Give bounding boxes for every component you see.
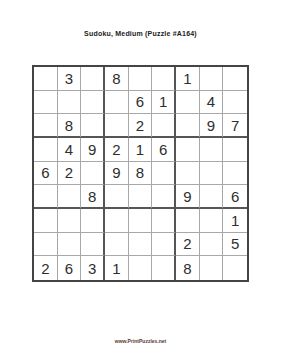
sudoku-cell-r3c4[interactable] <box>105 114 129 138</box>
sudoku-cell-r8c5[interactable] <box>129 233 153 257</box>
sudoku-cell-r4c3[interactable]: 9 <box>81 138 105 162</box>
sudoku-cell-r5c9[interactable] <box>223 162 247 186</box>
sudoku-cell-r5c8[interactable] <box>200 162 224 186</box>
sudoku-cell-r8c9[interactable]: 5 <box>223 233 247 257</box>
sudoku-cell-r7c1[interactable] <box>34 209 58 233</box>
sudoku-cell-r7c3[interactable] <box>81 209 105 233</box>
sudoku-cell-r5c6[interactable] <box>152 162 176 186</box>
sudoku-cell-r3c2[interactable]: 8 <box>58 114 82 138</box>
sudoku-cell-r5c5[interactable]: 8 <box>129 162 153 186</box>
sudoku-cell-r2c9[interactable] <box>223 91 247 115</box>
sudoku-cell-r5c7[interactable] <box>176 162 200 186</box>
sudoku-cell-r2c8[interactable]: 4 <box>200 91 224 115</box>
sudoku-cell-r7c5[interactable] <box>129 209 153 233</box>
sudoku-cell-r6c8[interactable] <box>200 185 224 209</box>
sudoku-cell-r1c5[interactable] <box>129 67 153 91</box>
sudoku-cell-r1c9[interactable] <box>223 67 247 91</box>
sudoku-cell-r8c8[interactable] <box>200 233 224 257</box>
sudoku-cell-r7c2[interactable] <box>58 209 82 233</box>
sudoku-cell-r4c1[interactable] <box>34 138 58 162</box>
sudoku-cell-r2c2[interactable] <box>58 91 82 115</box>
sudoku-cell-r4c5[interactable]: 1 <box>129 138 153 162</box>
sudoku-cell-r2c5[interactable]: 6 <box>129 91 153 115</box>
sudoku-cell-r9c9[interactable] <box>223 256 247 280</box>
sudoku-cell-r1c6[interactable] <box>152 67 176 91</box>
sudoku-cell-r6c2[interactable] <box>58 185 82 209</box>
puzzle-title: Sudoku, Medium (Puzzle #A164) <box>0 30 281 37</box>
sudoku-cell-r6c6[interactable] <box>152 185 176 209</box>
sudoku-cell-r8c3[interactable] <box>81 233 105 257</box>
footer-url: www.PrintPuzzles.net <box>0 338 281 344</box>
sudoku-cell-r6c5[interactable] <box>129 185 153 209</box>
sudoku-cell-r2c4[interactable] <box>105 91 129 115</box>
sudoku-cell-r3c3[interactable] <box>81 114 105 138</box>
sudoku-cell-r9c6[interactable] <box>152 256 176 280</box>
sudoku-cell-r7c9[interactable]: 1 <box>223 209 247 233</box>
sudoku-cell-r4c9[interactable] <box>223 138 247 162</box>
sudoku-cell-r5c4[interactable]: 9 <box>105 162 129 186</box>
sudoku-cell-r9c5[interactable] <box>129 256 153 280</box>
sudoku-cell-r3c9[interactable]: 7 <box>223 114 247 138</box>
sudoku-cell-r7c7[interactable] <box>176 209 200 233</box>
sudoku-cell-r2c7[interactable] <box>176 91 200 115</box>
sudoku-cell-r5c3[interactable] <box>81 162 105 186</box>
sudoku-page: Sudoku, Medium (Puzzle #A164) 3816148297… <box>0 0 281 363</box>
sudoku-cell-r6c9[interactable]: 6 <box>223 185 247 209</box>
sudoku-cell-r6c3[interactable]: 8 <box>81 185 105 209</box>
sudoku-cell-r9c2[interactable]: 6 <box>58 256 82 280</box>
sudoku-cell-r2c1[interactable] <box>34 91 58 115</box>
sudoku-cell-r5c1[interactable]: 6 <box>34 162 58 186</box>
sudoku-cell-r9c4[interactable]: 1 <box>105 256 129 280</box>
sudoku-cell-r4c4[interactable]: 2 <box>105 138 129 162</box>
sudoku-cell-r4c6[interactable]: 6 <box>152 138 176 162</box>
sudoku-cell-r8c1[interactable] <box>34 233 58 257</box>
sudoku-cell-r8c4[interactable] <box>105 233 129 257</box>
sudoku-cell-r4c8[interactable] <box>200 138 224 162</box>
sudoku-cell-r9c3[interactable]: 3 <box>81 256 105 280</box>
sudoku-cell-r3c8[interactable]: 9 <box>200 114 224 138</box>
sudoku-cell-r1c1[interactable] <box>34 67 58 91</box>
sudoku-cell-r3c5[interactable]: 2 <box>129 114 153 138</box>
sudoku-cell-r4c2[interactable]: 4 <box>58 138 82 162</box>
sudoku-cell-r1c3[interactable] <box>81 67 105 91</box>
sudoku-cell-r4c7[interactable] <box>176 138 200 162</box>
sudoku-cell-r6c7[interactable]: 9 <box>176 185 200 209</box>
sudoku-cell-r5c2[interactable]: 2 <box>58 162 82 186</box>
sudoku-cell-r9c7[interactable]: 8 <box>176 256 200 280</box>
sudoku-cell-r2c6[interactable]: 1 <box>152 91 176 115</box>
sudoku-cell-r3c6[interactable] <box>152 114 176 138</box>
sudoku-cell-r9c8[interactable] <box>200 256 224 280</box>
sudoku-cell-r1c2[interactable]: 3 <box>58 67 82 91</box>
sudoku-cell-r8c2[interactable] <box>58 233 82 257</box>
sudoku-cell-r9c1[interactable]: 2 <box>34 256 58 280</box>
sudoku-cell-r8c6[interactable] <box>152 233 176 257</box>
sudoku-cell-r7c4[interactable] <box>105 209 129 233</box>
sudoku-cell-r3c7[interactable] <box>176 114 200 138</box>
sudoku-cell-r6c4[interactable] <box>105 185 129 209</box>
sudoku-cell-r1c8[interactable] <box>200 67 224 91</box>
sudoku-cell-r3c1[interactable] <box>34 114 58 138</box>
sudoku-cell-r7c8[interactable] <box>200 209 224 233</box>
sudoku-cell-r1c7[interactable]: 1 <box>176 67 200 91</box>
sudoku-cell-r6c1[interactable] <box>34 185 58 209</box>
sudoku-grid: 381614829749216629889612526318 <box>32 65 249 282</box>
sudoku-cell-r7c6[interactable] <box>152 209 176 233</box>
sudoku-cell-r2c3[interactable] <box>81 91 105 115</box>
sudoku-cell-r8c7[interactable]: 2 <box>176 233 200 257</box>
sudoku-cell-r1c4[interactable]: 8 <box>105 67 129 91</box>
